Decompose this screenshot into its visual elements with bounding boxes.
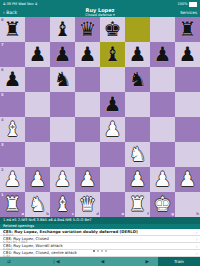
square-d4[interactable] [75,117,100,142]
rank-label: 8 [1,18,4,22]
square-h8[interactable]: ♜ [175,17,200,42]
square-c8[interactable]: ♝ [50,17,75,42]
square-h2[interactable]: ♟ [175,167,200,192]
square-a1[interactable]: 1a♜ [0,192,25,217]
square-e6[interactable] [100,67,125,92]
square-c4[interactable] [50,117,75,142]
file-label: b [46,212,49,216]
square-a8[interactable]: 8♜ [0,17,25,42]
page-dots[interactable] [0,250,200,252]
square-b3[interactable] [25,142,50,167]
file-label: d [96,212,99,216]
chess-openings-app: 4:38 PM Wed Nov 4 100% ‹ Back Ruy Lopez … [0,0,200,266]
skip-to-start-icon[interactable]: ❘◀ [52,257,59,266]
square-c7[interactable]: ♟ [50,42,75,67]
square-e2[interactable] [100,167,125,192]
square-d2[interactable]: ♟ [75,167,100,192]
square-f6[interactable]: ♞ [125,67,150,92]
square-c3[interactable] [50,142,75,167]
related-openings-list: C85: Ruy Lopez, Exchange variation doubl… [0,229,200,257]
square-b2[interactable]: ♟ [25,167,50,192]
black-knight-icon: ♞ [125,67,150,92]
chevron-right-icon: › [196,244,198,249]
black-pawn-icon: ♟ [150,42,175,67]
square-a4[interactable]: 4♝ [0,117,25,142]
file-label: c [72,212,74,216]
square-a3[interactable]: 3 [0,142,25,167]
square-g4[interactable] [150,117,175,142]
status-time: 4:38 PM Wed Nov 4 [3,0,37,8]
black-king-icon: ♚ [100,17,125,42]
black-bishop-icon: ♝ [50,17,75,42]
square-f5[interactable] [125,92,150,117]
file-label: g [171,212,174,216]
square-f4[interactable] [125,117,150,142]
toolbar-icons: ⇄❘◀◀▶ [0,257,156,266]
file-label: a [21,212,24,216]
square-h6[interactable] [175,67,200,92]
square-e7[interactable]: ♝ [100,42,125,67]
square-d1[interactable]: d♛ [75,192,100,217]
square-c5[interactable] [50,92,75,117]
chevron-right-icon: › [196,230,198,235]
square-b5[interactable] [25,92,50,117]
square-e8[interactable]: ♚ [100,17,125,42]
square-h5[interactable] [175,92,200,117]
train-button[interactable]: Train [158,257,200,266]
square-b1[interactable]: b♞ [25,192,50,217]
back-button[interactable]: ‹ Back [3,8,17,17]
square-d6[interactable] [75,67,100,92]
square-g3[interactable] [150,142,175,167]
black-rook-icon: ♜ [175,17,200,42]
white-rook-icon: ♜ [125,192,150,217]
playback-toolbar: ⇄❘◀◀▶ Train [0,257,200,266]
square-g1[interactable]: g♚ [150,192,175,217]
square-g6[interactable] [150,67,175,92]
square-f2[interactable]: ♟ [125,167,150,192]
file-label: f [147,212,149,216]
black-pawn-icon: ♟ [75,42,100,67]
white-pawn-icon: ♟ [25,167,50,192]
battery-icon [189,2,197,7]
square-f7[interactable]: ♟ [125,42,150,67]
black-queen-icon: ♛ [75,17,100,42]
white-pawn-icon: ♟ [125,167,150,192]
black-pawn-icon: ♟ [50,42,75,67]
page-dot [93,250,95,252]
file-label: h [196,212,199,216]
page-dot [101,250,103,252]
square-a5[interactable]: 5 [0,92,25,117]
step-forward-icon[interactable]: ▶ [145,257,149,266]
square-b4[interactable] [25,117,50,142]
square-c1[interactable]: c♝ [50,192,75,217]
square-h1[interactable]: h [175,192,200,217]
square-g7[interactable]: ♟ [150,42,175,67]
opening-row[interactable]: C85: Ruy Lopez, Exchange variation doubl… [0,229,200,236]
flip-board-icon[interactable]: ⇄ [7,257,11,266]
square-a2[interactable]: 2♟ [0,167,25,192]
square-b6[interactable] [25,67,50,92]
opening-row[interactable]: C88: Ruy Lopez, Closed 6.Re1 b5 7.Bb3 › [0,236,200,243]
file-label: e [121,212,124,216]
rank-label: 1 [1,193,4,197]
chess-board: 8♜♝♛♚♜7♟♟♟♝♟♟♟6♟♞♞5♟4♝♟3♞2♟♟♟♟♟♟♟1a♜b♞c♝… [0,17,200,217]
square-e5[interactable]: ♟ [100,92,125,117]
white-knight-icon: ♞ [125,142,150,167]
black-pawn-icon: ♟ [100,92,125,117]
square-f3[interactable]: ♞ [125,142,150,167]
square-h4[interactable] [175,117,200,142]
square-g2[interactable]: ♟ [150,167,175,192]
white-pawn-icon: ♟ [75,167,100,192]
step-back-icon[interactable]: ◀ [101,257,105,266]
page-dot [97,250,99,252]
square-d5[interactable] [75,92,100,117]
square-a6[interactable]: 6♟ [0,67,25,92]
nav-title-block[interactable]: Ruy Lopez Closed defense ▾ [40,8,160,17]
square-h3[interactable] [175,142,200,167]
nav-bar: ‹ Back Ruy Lopez Closed defense ▾ Servic… [0,8,200,17]
square-c2[interactable]: ♟ [50,167,75,192]
white-pawn-icon: ♟ [50,167,75,192]
square-a7[interactable]: 7 [0,42,25,67]
rank-label: 6 [1,68,4,72]
rank-label: 5 [1,93,4,97]
square-d8[interactable]: ♛ [75,17,100,42]
square-f8[interactable] [125,17,150,42]
rank-label: 2 [1,168,4,172]
battery-percent: 100% [177,0,187,8]
black-pawn-icon: ♟ [175,42,200,67]
square-f1[interactable]: f♜ [125,192,150,217]
square-e1[interactable]: e [100,192,125,217]
services-button[interactable]: Services [180,8,197,17]
square-h7[interactable]: ♟ [175,42,200,67]
chevron-right-icon: › [196,237,198,242]
black-bishop-icon: ♝ [100,42,125,67]
square-e3[interactable] [100,142,125,167]
white-pawn-icon: ♟ [100,117,125,142]
rank-label: 7 [1,43,4,47]
black-pawn-icon: ♟ [25,42,50,67]
black-pawn-icon: ♟ [125,42,150,67]
square-d3[interactable] [75,142,100,167]
rank-label: 4 [1,118,4,122]
chevron-right-icon: › [196,251,198,256]
rank-label: 3 [1,143,4,147]
square-g5[interactable] [150,92,175,117]
white-pawn-icon: ♟ [175,167,200,192]
square-g8[interactable] [150,17,175,42]
page-dot [105,250,107,252]
white-pawn-icon: ♟ [150,167,175,192]
square-c6[interactable]: ♞ [50,67,75,92]
black-knight-icon: ♞ [50,67,75,92]
square-b8[interactable] [25,17,50,42]
square-b7[interactable]: ♟ [25,42,50,67]
square-e4[interactable]: ♟ [100,117,125,142]
square-d7[interactable]: ♟ [75,42,100,67]
